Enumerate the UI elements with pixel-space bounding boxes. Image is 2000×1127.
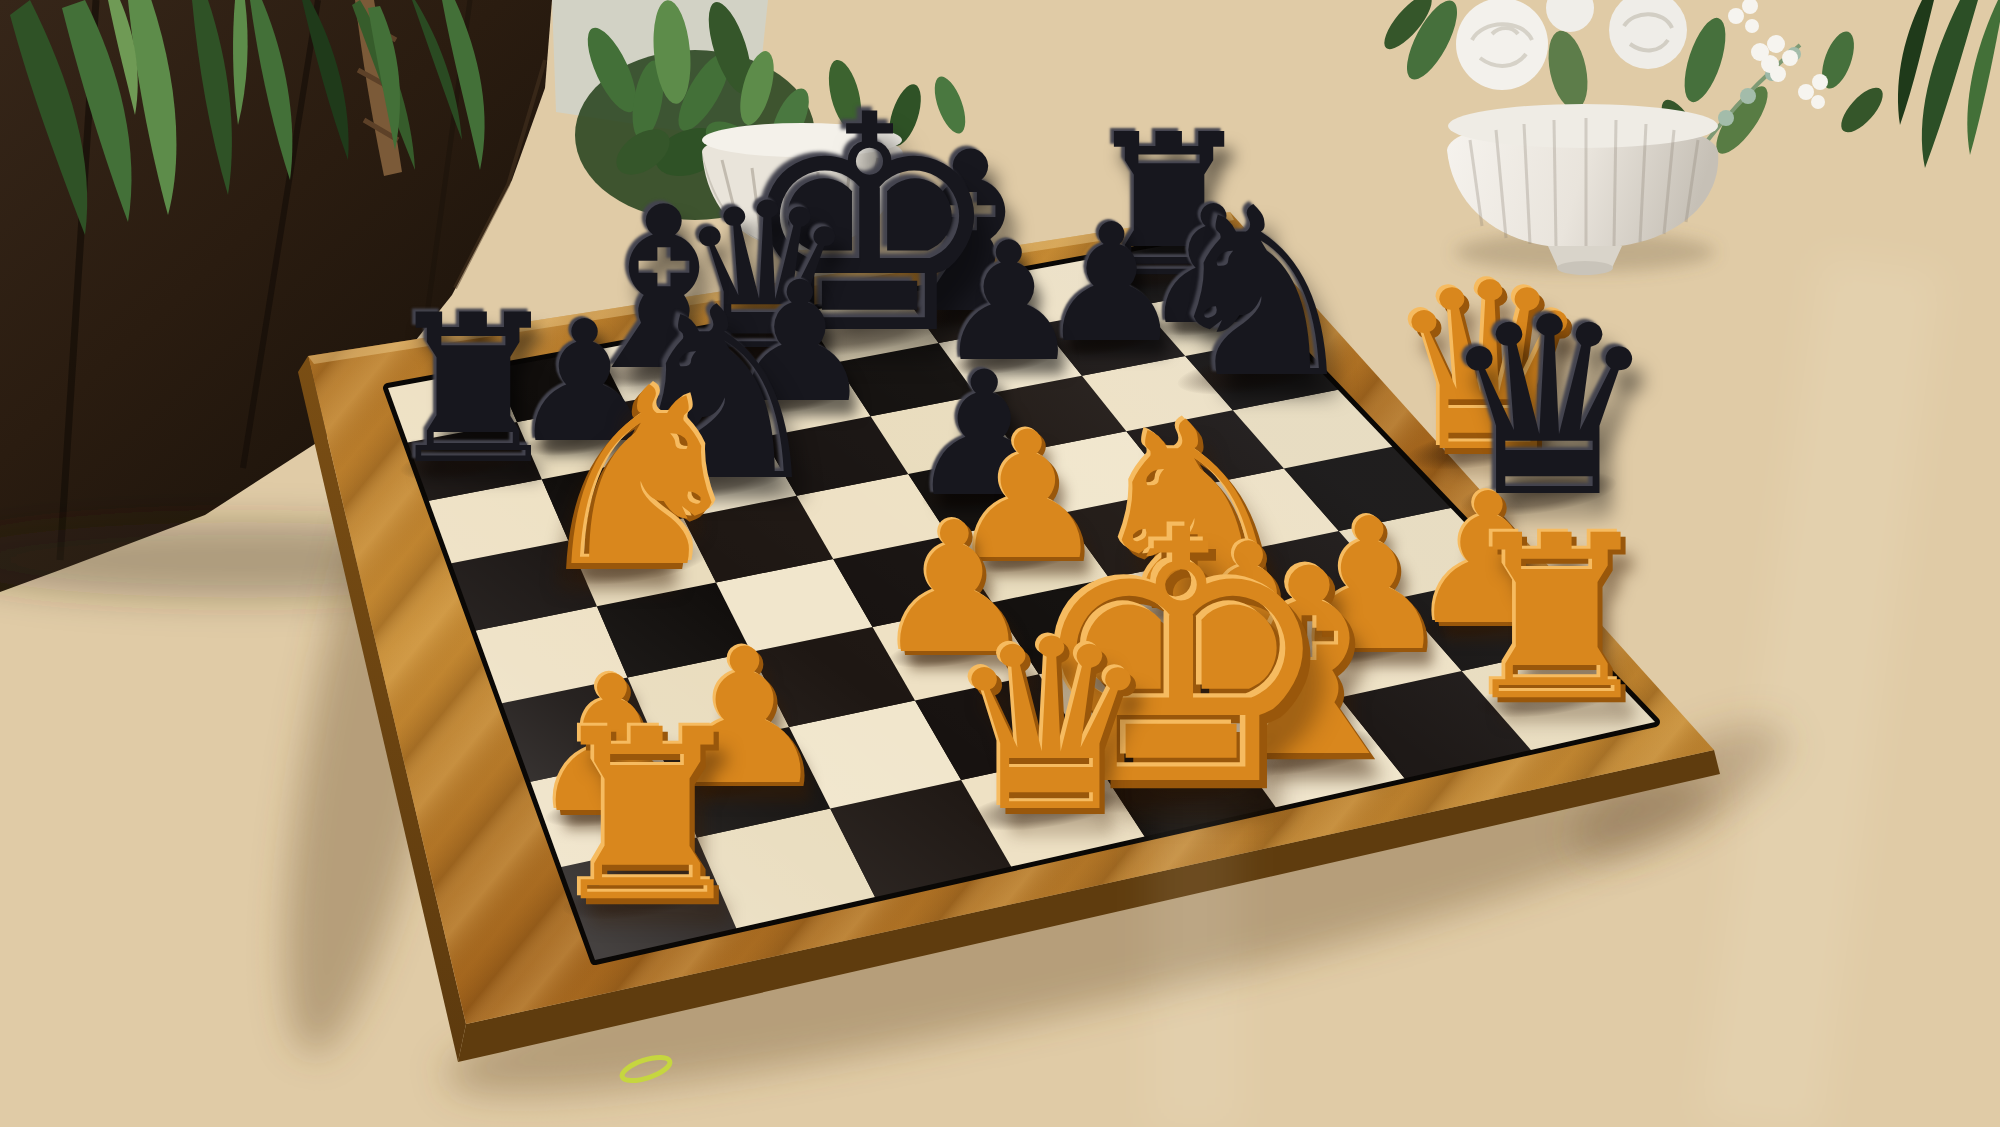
table: { "game": "chess", "description": "Overh… [0,0,2000,1127]
piece-white-queen-d1[interactable]: ♛ [933,609,1169,845]
corner-leaves [1898,0,2000,168]
piece-white-rook-a1[interactable]: ♜ [529,699,765,935]
white-roses [1456,0,1828,109]
piece-white-knight-b5[interactable]: ♞ [519,356,764,601]
piece-white-rook-h1[interactable]: ♜ [1443,505,1670,732]
